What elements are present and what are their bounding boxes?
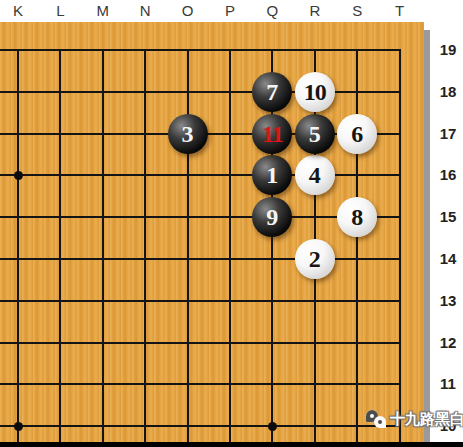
row-label-12: 12 (433, 334, 463, 352)
move-number: 4 (309, 163, 321, 187)
move-number: 6 (351, 122, 363, 146)
move-number: 8 (351, 205, 363, 229)
stone-white-S15: 8 (337, 197, 377, 237)
stone-black-Q15: 9 (252, 197, 292, 237)
column-label-Q: Q (260, 2, 284, 19)
stones-layer: 1234567891011 (0, 29, 421, 447)
column-label-T: T (388, 2, 412, 19)
stone-white-S17: 6 (337, 114, 377, 154)
stone-black-R17: 5 (295, 114, 335, 154)
column-label-K: K (6, 2, 30, 19)
column-label-R: R (303, 2, 327, 19)
row-label-18: 18 (433, 83, 463, 101)
go-board: 1234567891011 (0, 22, 424, 447)
move-number: 5 (309, 122, 321, 146)
row-label-11: 11 (433, 375, 463, 393)
move-number: 9 (266, 205, 278, 229)
move-number: 7 (266, 80, 278, 104)
stone-black-Q16: 1 (252, 155, 292, 195)
column-label-M: M (91, 2, 115, 19)
row-label-14: 14 (433, 250, 463, 268)
black-white-stones-logo-icon (366, 410, 387, 428)
row-label-19: 19 (433, 41, 463, 59)
move-number: 3 (182, 122, 194, 146)
stone-black-Q18: 7 (252, 72, 292, 112)
stone-white-R14: 2 (295, 239, 335, 279)
stone-white-R16: 4 (295, 155, 335, 195)
watermark: 十九路黑白 (366, 408, 463, 430)
move-number: 10 (304, 80, 326, 104)
column-label-L: L (48, 2, 72, 19)
watermark-text: 十九路黑白 (390, 410, 463, 429)
move-number: 11 (262, 122, 283, 146)
move-number: 1 (266, 163, 278, 187)
stone-black-O17: 3 (168, 114, 208, 154)
board-drop-shadow (424, 30, 430, 447)
row-label-15: 15 (433, 208, 463, 226)
row-label-16: 16 (433, 166, 463, 184)
bottom-bar (0, 442, 463, 447)
move-number: 2 (309, 247, 321, 271)
column-label-N: N (133, 2, 157, 19)
stone-black-Q17: 11 (252, 114, 292, 154)
row-label-13: 13 (433, 292, 463, 310)
go-diagram: KLMNOPQRST 1234567891011 191817161514131… (0, 0, 463, 447)
stone-white-R18: 10 (295, 72, 335, 112)
column-label-P: P (218, 2, 242, 19)
column-label-S: S (345, 2, 369, 19)
column-label-O: O (176, 2, 200, 19)
row-label-17: 17 (433, 125, 463, 143)
